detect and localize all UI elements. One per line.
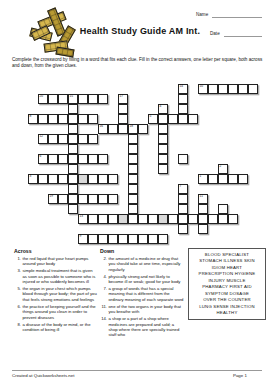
- clue-number: 7: [180, 185, 182, 188]
- clue-number: 14.: [100, 316, 109, 338]
- grid-cell[interactable]: 3: [28, 174, 38, 184]
- grid-cell[interactable]: [168, 214, 178, 224]
- word-bank-line: PRESCRIPTION HYGIENE: [190, 271, 264, 277]
- grid-cell[interactable]: [218, 204, 228, 214]
- instructions: Complete the crossword by filling in a w…: [12, 57, 264, 69]
- grid-space-cell[interactable]: [118, 214, 128, 224]
- clue-text: a disease of the body or mind, or the co…: [23, 322, 99, 333]
- grid-cell[interactable]: [148, 234, 158, 244]
- clue-across-5: 5.the organ in your chest which pumps bl…: [14, 286, 98, 302]
- grid-cell[interactable]: [198, 204, 208, 214]
- clue-number: 16: [100, 125, 104, 128]
- grid-cell[interactable]: [88, 194, 98, 204]
- footer-page-number: Page 1: [233, 373, 247, 378]
- grid-cell[interactable]: [68, 114, 78, 124]
- grid-cell[interactable]: [228, 84, 238, 94]
- grid-cell[interactable]: [78, 154, 88, 164]
- grid-space-cell[interactable]: [158, 214, 168, 224]
- grid-cell[interactable]: [38, 114, 48, 124]
- grid-cell[interactable]: [58, 194, 68, 204]
- grid-cell[interactable]: [118, 124, 128, 134]
- clue-across-1: 1.the red liquid that your heart pumps a…: [14, 256, 98, 267]
- grid-cell[interactable]: [218, 174, 228, 184]
- grid-cell[interactable]: 10: [198, 84, 208, 94]
- grid-cell[interactable]: [148, 214, 158, 224]
- grid-cell[interactable]: [178, 224, 188, 234]
- grid-cell[interactable]: 20: [38, 94, 48, 104]
- clue-across-8: 8.a disease of the body or mind, or the …: [14, 322, 98, 333]
- clue-number: 6: [40, 155, 42, 158]
- footer-divider: [12, 370, 262, 371]
- grid-cell[interactable]: 13: [78, 214, 88, 224]
- grid-cell[interactable]: [238, 174, 248, 184]
- grid-cell[interactable]: 6: [38, 154, 48, 164]
- grid-cell[interactable]: 19: [48, 194, 58, 204]
- grid-cell[interactable]: [198, 224, 208, 234]
- across-clues: 1.the red liquid that your heart pumps a…: [14, 256, 98, 334]
- down-header: Down: [100, 248, 114, 254]
- grid-cell[interactable]: [178, 114, 188, 124]
- grid-cell[interactable]: [228, 214, 238, 224]
- clue-number: 1: [200, 175, 202, 178]
- clue-across-3: 3.simple medical treatment that is given…: [14, 268, 98, 284]
- grid-cell[interactable]: [138, 214, 148, 224]
- grid-cell[interactable]: [158, 124, 168, 134]
- grid-cell[interactable]: [128, 164, 138, 174]
- grid-cell[interactable]: [98, 214, 108, 224]
- grid-cell[interactable]: [188, 114, 198, 124]
- grid-cell[interactable]: [158, 154, 168, 164]
- grid-cell[interactable]: [158, 114, 168, 124]
- clue-text: physically strong and not likely to beco…: [109, 274, 185, 285]
- clue-number: 10: [200, 85, 204, 88]
- clue-number: 12: [40, 135, 44, 138]
- grid-cell[interactable]: [128, 144, 138, 154]
- grid-cell[interactable]: [98, 94, 108, 104]
- grid-cell[interactable]: 1: [198, 174, 208, 184]
- clue-number: 3: [30, 175, 32, 178]
- grid-cell[interactable]: [178, 214, 188, 224]
- grid-cell[interactable]: [208, 214, 218, 224]
- grid-cell[interactable]: [98, 154, 108, 164]
- grid-cell[interactable]: [68, 124, 78, 134]
- clipart-tile: [55, 46, 74, 57]
- name-label: Name: [196, 12, 208, 17]
- clue-number: 15: [70, 95, 74, 98]
- clue-text: the practice of keeping yourself and the…: [23, 304, 99, 320]
- down-clues: 2.the amount of a medicine or drug that …: [100, 256, 184, 339]
- grid-cell[interactable]: 9: [78, 234, 88, 244]
- clue-text: the organ in your chest which pumps bloo…: [23, 286, 99, 302]
- grid-cell[interactable]: [228, 174, 238, 184]
- grid-cell[interactable]: 18: [128, 124, 138, 134]
- grid-cell[interactable]: [68, 154, 78, 164]
- clue-text: one of the two organs in your body that …: [109, 304, 185, 315]
- clue-down-7: 7.a group of words that has a special me…: [100, 286, 184, 302]
- grid-cell[interactable]: [78, 114, 88, 124]
- clue-across-6: 6.the practice of keeping yourself and t…: [14, 304, 98, 320]
- grid-cell[interactable]: [78, 134, 88, 144]
- grid-cell[interactable]: [178, 94, 188, 104]
- clue-number: 13: [80, 215, 84, 218]
- clue-number: 8.: [14, 322, 23, 333]
- grid-cell[interactable]: [128, 214, 138, 224]
- grid-cell[interactable]: [178, 204, 188, 214]
- name-line[interactable]: [212, 17, 262, 18]
- grid-cell[interactable]: [88, 114, 98, 124]
- grid-cell[interactable]: [178, 194, 188, 204]
- grid-cell[interactable]: [128, 184, 138, 194]
- grid-cell[interactable]: [108, 194, 118, 204]
- grid-cell[interactable]: [158, 144, 168, 154]
- crossword-grid[interactable]: 1410201517485161812623171911139: [28, 84, 268, 244]
- grid-cell[interactable]: 14: [178, 84, 188, 94]
- clue-number: 5: [150, 115, 152, 118]
- clue-text: the red liquid that your heart pumps aro…: [23, 256, 99, 267]
- grid-cell[interactable]: [108, 124, 118, 134]
- clue-number: 19: [50, 195, 54, 198]
- grid-cell[interactable]: [48, 174, 58, 184]
- grid-cell[interactable]: [88, 174, 98, 184]
- clue-number: 4.: [100, 274, 109, 285]
- grid-cell[interactable]: [48, 134, 58, 144]
- grid-cell[interactable]: [178, 104, 188, 114]
- grid-cell[interactable]: [68, 134, 78, 144]
- grid-cell[interactable]: [58, 114, 68, 124]
- grid-cell[interactable]: [88, 214, 98, 224]
- grid-cell[interactable]: [188, 214, 198, 224]
- grid-cell[interactable]: 16: [98, 124, 108, 134]
- grid-space-cell[interactable]: [78, 174, 88, 184]
- clue-number: 2: [220, 165, 222, 168]
- grid-cell[interactable]: [128, 194, 138, 204]
- grid-cell[interactable]: [208, 174, 218, 184]
- clue-text: a group of words that has a special mean…: [109, 286, 185, 302]
- grid-cell[interactable]: [48, 94, 58, 104]
- clue-number: 11: [200, 195, 203, 198]
- worksheet-page: Health Study Guide AM Int. Name Date Com…: [0, 0, 274, 388]
- grid-cell[interactable]: 5: [148, 114, 158, 124]
- grid-cell[interactable]: [88, 134, 98, 144]
- clue-text: the amount of a medicine or drug that yo…: [109, 256, 185, 272]
- clue-number: 14: [180, 85, 184, 88]
- grid-cell[interactable]: [48, 114, 58, 124]
- grid-cell[interactable]: [118, 104, 128, 114]
- word-bank-line: HEALTHY: [190, 310, 264, 316]
- page-title: Health Study Guide AM Int.: [60, 26, 220, 36]
- grid-cell[interactable]: [88, 234, 98, 244]
- grid-cell[interactable]: [128, 204, 138, 214]
- grid-cell[interactable]: [128, 234, 138, 244]
- clue-number: 3.: [14, 268, 23, 284]
- clue-down-2: 2.the amount of a medicine or drug that …: [100, 256, 184, 272]
- grid-cell[interactable]: [158, 134, 168, 144]
- grid-cell[interactable]: [128, 174, 138, 184]
- clue-number: 4: [160, 105, 162, 108]
- grid-cell[interactable]: 12: [38, 134, 48, 144]
- grid-cell[interactable]: [68, 164, 78, 174]
- grid-cell[interactable]: [98, 174, 108, 184]
- clue-text: simple medical treatment that is given a…: [23, 268, 99, 284]
- date-label: Date: [210, 31, 220, 36]
- grid-cell[interactable]: [68, 184, 78, 194]
- across-header: Across: [14, 248, 32, 254]
- grid-cell[interactable]: 11: [198, 194, 208, 204]
- grid-cell[interactable]: [58, 94, 68, 104]
- grid-cell[interactable]: [128, 134, 138, 144]
- grid-cell[interactable]: [58, 154, 68, 164]
- grid-cell[interactable]: [108, 214, 118, 224]
- grid-cell[interactable]: 2: [218, 164, 228, 174]
- clue-number: 17: [120, 95, 124, 98]
- word-bank-line: LUNG SENSE INJECTION: [190, 304, 264, 310]
- clue-number: 5.: [14, 286, 23, 302]
- grid-cell[interactable]: [158, 234, 168, 244]
- grid-cell[interactable]: [108, 174, 118, 184]
- date-line[interactable]: [224, 36, 262, 37]
- grid-cell[interactable]: [48, 154, 58, 164]
- grid-cell[interactable]: 15: [68, 94, 78, 104]
- grid-cell[interactable]: [78, 194, 88, 204]
- grid-cell[interactable]: [118, 114, 128, 124]
- grid-cell[interactable]: [138, 234, 148, 244]
- clue-down-4: 4.physically strong and not likely to be…: [100, 274, 184, 285]
- clue-number: 11.: [100, 304, 109, 315]
- grid-cell[interactable]: [88, 94, 98, 104]
- clue-down-14: 14.a shop or a part of a shop where medi…: [100, 316, 184, 338]
- grid-cell[interactable]: 4: [158, 104, 168, 114]
- grid-cell[interactable]: [128, 154, 138, 164]
- clue-number: 7.: [100, 286, 109, 302]
- grid-cell[interactable]: [68, 104, 78, 114]
- clue-number: 1.: [14, 256, 23, 267]
- grid-cell[interactable]: 17: [118, 94, 128, 104]
- grid-cell[interactable]: [198, 214, 208, 224]
- grid-cell[interactable]: [68, 204, 78, 214]
- grid-cell[interactable]: [158, 164, 168, 174]
- clue-number: 18: [130, 125, 134, 128]
- clue-number: 6.: [14, 304, 23, 320]
- grid-cell[interactable]: [248, 84, 258, 94]
- grid-cell[interactable]: [178, 154, 188, 164]
- grid-cell[interactable]: [98, 194, 108, 204]
- grid-cell[interactable]: 8: [28, 114, 38, 124]
- grid-cell[interactable]: [68, 194, 78, 204]
- clue-number: 8: [30, 115, 32, 118]
- grid-cell[interactable]: 7: [178, 184, 188, 194]
- grid-cell[interactable]: [218, 84, 228, 94]
- clue-number: 2.: [100, 256, 109, 272]
- grid-cell[interactable]: [58, 174, 68, 184]
- grid-cell[interactable]: [38, 174, 48, 184]
- grid-cell[interactable]: [218, 214, 228, 224]
- grid-cell[interactable]: [118, 234, 128, 244]
- clue-down-11: 11.one of the two organs in your body th…: [100, 304, 184, 315]
- grid-cell[interactable]: [168, 114, 178, 124]
- word-bank-line: STOMACH ILLNESS SKIN: [190, 258, 264, 264]
- clue-number: 9: [80, 235, 82, 238]
- word-bank: BLOOD SPECIALISTSTOMACH ILLNESS SKINIDIO…: [188, 248, 266, 320]
- grid-cell[interactable]: [98, 234, 108, 244]
- grid-cell[interactable]: [58, 134, 68, 144]
- grid-cell[interactable]: [208, 84, 218, 94]
- grid-cell[interactable]: [138, 124, 148, 134]
- grid-cell[interactable]: [68, 144, 78, 154]
- grid-cell[interactable]: [68, 174, 78, 184]
- grid-cell[interactable]: [88, 154, 98, 164]
- clue-number: 20: [40, 95, 44, 98]
- clue-text: a shop or a part of a shop where medicin…: [109, 316, 185, 338]
- footer-credit: Created at Quickworksheets.net: [12, 373, 74, 378]
- grid-cell[interactable]: [108, 234, 118, 244]
- grid-cell[interactable]: [78, 94, 88, 104]
- grid-cell[interactable]: [238, 84, 248, 94]
